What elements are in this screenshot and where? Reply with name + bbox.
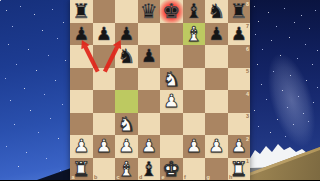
square-a4[interactable] <box>70 90 93 113</box>
square-d4[interactable] <box>138 90 161 113</box>
piece-black-pawn[interactable]: ♟ <box>205 23 228 46</box>
square-g4[interactable] <box>205 90 228 113</box>
rank-label-5: 5 <box>246 68 249 74</box>
piece-black-queen[interactable]: ♛ <box>138 0 161 23</box>
square-b8[interactable] <box>93 0 116 23</box>
square-d3[interactable] <box>138 113 161 136</box>
square-a6[interactable] <box>70 45 93 68</box>
square-h7[interactable]: ♟7 <box>228 23 251 46</box>
piece-white-knight[interactable]: ♞ <box>160 68 183 91</box>
square-b5[interactable] <box>93 68 116 91</box>
square-h2[interactable]: ♟2 <box>228 135 251 158</box>
square-a7[interactable]: ♟ <box>70 23 93 46</box>
square-e5[interactable]: ♞ <box>160 68 183 91</box>
file-label-g: g <box>207 174 210 180</box>
square-g1[interactable]: g <box>205 158 228 181</box>
piece-black-pawn[interactable]: ♟ <box>93 23 116 46</box>
square-e8[interactable]: ♚ <box>160 0 183 23</box>
file-label-f: f <box>184 174 186 180</box>
square-f6[interactable] <box>183 45 206 68</box>
square-f1[interactable]: f <box>183 158 206 181</box>
square-d1[interactable]: ♝d <box>138 158 161 181</box>
square-h5[interactable]: 5 <box>228 68 251 91</box>
square-c4[interactable] <box>115 90 138 113</box>
square-b6[interactable] <box>93 45 116 68</box>
rank-label-4: 4 <box>246 91 249 97</box>
file-label-h: h <box>229 174 232 180</box>
rank-label-7: 7 <box>246 23 249 29</box>
square-c8[interactable] <box>115 0 138 23</box>
square-c5[interactable] <box>115 68 138 91</box>
piece-black-knight[interactable]: ♞ <box>115 45 138 68</box>
piece-white-knight[interactable]: ♞ <box>115 113 138 136</box>
night-sky-right <box>249 0 320 180</box>
file-label-a: a <box>72 174 75 180</box>
square-g8[interactable]: ♞ <box>205 0 228 23</box>
piece-white-bishop[interactable]: ♝ <box>183 23 206 46</box>
square-c3[interactable]: ♞ <box>115 113 138 136</box>
piece-black-pawn[interactable]: ♟ <box>138 45 161 68</box>
square-f3[interactable] <box>183 113 206 136</box>
file-label-c: c <box>117 174 120 180</box>
square-b4[interactable] <box>93 90 116 113</box>
square-e3[interactable] <box>160 113 183 136</box>
square-b2[interactable]: ♟ <box>93 135 116 158</box>
file-label-e: e <box>162 174 165 180</box>
piece-black-pawn[interactable]: ♟ <box>70 23 93 46</box>
square-d5[interactable] <box>138 68 161 91</box>
square-c2[interactable]: ♟ <box>115 135 138 158</box>
square-a2[interactable]: ♟ <box>70 135 93 158</box>
square-d8[interactable]: ♛ <box>138 0 161 23</box>
piece-white-pawn[interactable]: ♟ <box>115 135 138 158</box>
thumbnail-stage: ♜♛♚♝♞♜8♟♟♟♝♟♟7♞♟6♞5♟4♞3♟♟♟♟♟♟♟2♜ab♝c♝d♚e… <box>0 0 320 180</box>
piece-black-bishop[interactable]: ♝ <box>183 0 206 23</box>
file-label-d: d <box>139 174 142 180</box>
square-g7[interactable]: ♟ <box>205 23 228 46</box>
square-c6[interactable]: ♞ <box>115 45 138 68</box>
square-f2[interactable]: ♟ <box>183 135 206 158</box>
square-c1[interactable]: ♝c <box>115 158 138 181</box>
square-h1[interactable]: ♜1h <box>228 158 251 181</box>
square-b7[interactable]: ♟ <box>93 23 116 46</box>
piece-white-pawn[interactable]: ♟ <box>70 135 93 158</box>
square-e6[interactable] <box>160 45 183 68</box>
square-h3[interactable]: 3 <box>228 113 251 136</box>
piece-white-pawn[interactable]: ♟ <box>160 90 183 113</box>
square-b1[interactable]: b <box>93 158 116 181</box>
square-e2[interactable] <box>160 135 183 158</box>
mountain-silhouette <box>37 168 71 180</box>
square-f5[interactable] <box>183 68 206 91</box>
rank-label-1: 1 <box>246 158 249 164</box>
square-g2[interactable]: ♟ <box>205 135 228 158</box>
piece-white-pawn[interactable]: ♟ <box>183 135 206 158</box>
square-h8[interactable]: ♜8 <box>228 0 251 23</box>
square-a1[interactable]: ♜a <box>70 158 93 181</box>
rank-label-2: 2 <box>246 136 249 142</box>
file-label-b: b <box>94 174 97 180</box>
piece-black-pawn[interactable]: ♟ <box>115 23 138 46</box>
square-a5[interactable] <box>70 68 93 91</box>
piece-white-pawn[interactable]: ♟ <box>93 135 116 158</box>
piece-white-pawn[interactable]: ♟ <box>138 135 161 158</box>
square-g5[interactable] <box>205 68 228 91</box>
piece-white-pawn[interactable]: ♟ <box>205 135 228 158</box>
piece-black-knight[interactable]: ♞ <box>205 0 228 23</box>
piece-black-rook[interactable]: ♜ <box>70 0 93 23</box>
square-g6[interactable] <box>205 45 228 68</box>
square-f4[interactable] <box>183 90 206 113</box>
square-e7[interactable] <box>160 23 183 46</box>
rank-label-8: 8 <box>246 1 249 7</box>
square-a3[interactable] <box>70 113 93 136</box>
square-g3[interactable] <box>205 113 228 136</box>
square-b3[interactable] <box>93 113 116 136</box>
square-h6[interactable]: 6 <box>228 45 251 68</box>
square-d7[interactable] <box>138 23 161 46</box>
rank-label-3: 3 <box>246 113 249 119</box>
square-h4[interactable]: 4 <box>228 90 251 113</box>
square-a8[interactable]: ♜ <box>70 0 93 23</box>
stars-left <box>0 0 1 1</box>
piece-black-king[interactable]: ♚ <box>160 0 183 23</box>
rank-label-6: 6 <box>246 46 249 52</box>
square-d6[interactable]: ♟ <box>138 45 161 68</box>
square-d2[interactable]: ♟ <box>138 135 161 158</box>
square-e1[interactable]: ♚e <box>160 158 183 181</box>
square-e4[interactable]: ♟ <box>160 90 183 113</box>
square-c7[interactable]: ♟ <box>115 23 138 46</box>
chess-board[interactable]: ♜♛♚♝♞♜8♟♟♟♝♟♟7♞♟6♞5♟4♞3♟♟♟♟♟♟♟2♜ab♝c♝d♚e… <box>70 0 250 180</box>
square-f8[interactable]: ♝ <box>183 0 206 23</box>
night-sky-left <box>0 0 71 180</box>
square-f7[interactable]: ♝ <box>183 23 206 46</box>
